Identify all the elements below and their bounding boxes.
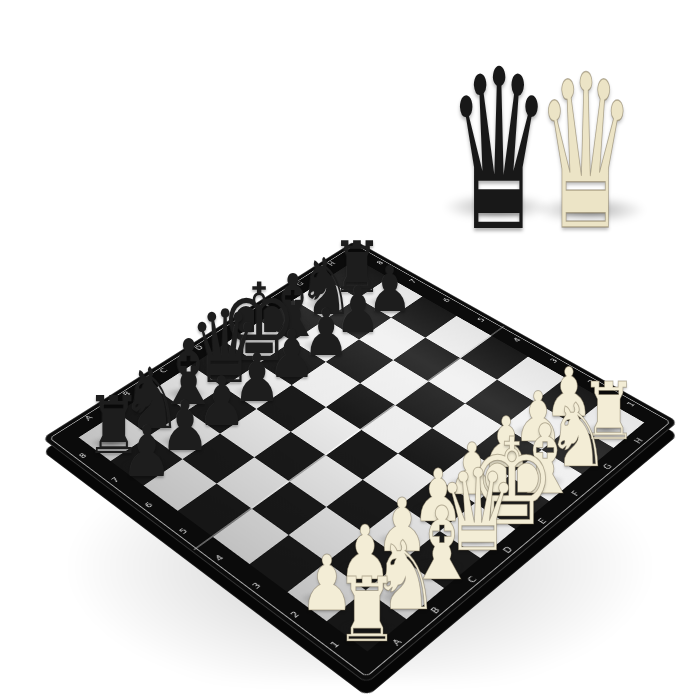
file-label-bottom-H: H <box>632 436 647 446</box>
rank-label-left-6: 6 <box>141 500 157 511</box>
rank-label-right-1: 1 <box>624 400 638 410</box>
rank-label-left-1: 1 <box>327 638 344 651</box>
rank-label-right-7: 7 <box>407 277 420 285</box>
rank-label-right-6: 6 <box>440 296 453 305</box>
file-label-bottom-A: A <box>389 636 406 649</box>
file-label-bottom-B: B <box>428 604 445 617</box>
chess-set-product-photo: AA88BB77CC66DD55EE44FF33GG22HH11 ♜♟♞♟♝♟♚… <box>0 0 700 700</box>
rank-label-left-7: 7 <box>108 475 123 486</box>
rank-label-right-5: 5 <box>475 316 489 325</box>
file-label-bottom-G: G <box>601 462 616 473</box>
file-label-top-B: B <box>120 389 135 399</box>
file-label-bottom-F: F <box>568 488 583 499</box>
rank-label-left-4: 4 <box>212 552 228 564</box>
rank-label-left-8: 8 <box>75 451 90 461</box>
file-label-top-A: A <box>82 413 97 423</box>
file-label-top-H: H <box>325 260 338 268</box>
board-perspective-wrapper: AA88BB77CC66DD55EE44FF33GG22HH11 <box>129 199 591 661</box>
file-label-top-C: C <box>157 366 171 375</box>
file-label-top-D: D <box>193 344 207 353</box>
rank-label-left-5: 5 <box>176 526 192 538</box>
file-label-top-G: G <box>294 280 307 288</box>
file-label-top-E: E <box>227 322 241 331</box>
rank-label-right-8: 8 <box>374 259 387 267</box>
file-label-bottom-D: D <box>500 544 516 556</box>
rank-label-right-3: 3 <box>547 356 561 365</box>
rank-label-right-2: 2 <box>585 378 599 388</box>
rank-label-left-3: 3 <box>249 580 265 592</box>
file-label-bottom-E: E <box>535 516 551 527</box>
file-label-bottom-C: C <box>465 574 481 586</box>
rank-label-right-4: 4 <box>510 336 524 345</box>
file-label-top-F: F <box>261 300 275 309</box>
rank-label-left-2: 2 <box>287 609 304 622</box>
